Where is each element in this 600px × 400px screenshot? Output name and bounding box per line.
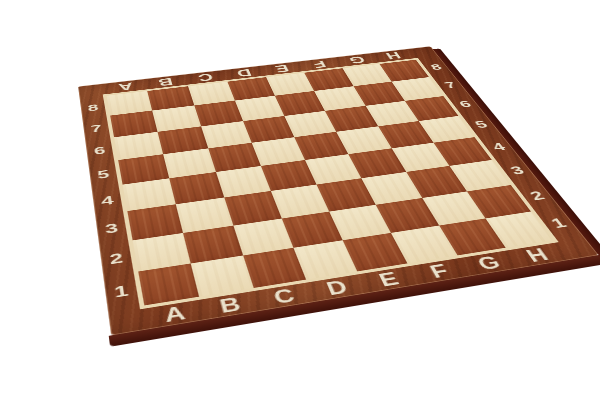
rank-label-left-6: 6 (85, 138, 114, 164)
chessboard: ABCDEFGH ABCDEFGH 87654321 87654321 (78, 46, 599, 335)
square-a1[interactable] (138, 263, 199, 305)
chessboard-photo: ABCDEFGH ABCDEFGH 87654321 87654321 (0, 0, 600, 400)
